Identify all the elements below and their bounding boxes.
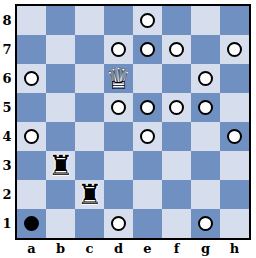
square-h8[interactable] <box>220 6 249 35</box>
square-h2[interactable] <box>220 180 249 209</box>
file-label-a: a <box>17 240 46 257</box>
square-b8[interactable] <box>46 6 75 35</box>
square-a8[interactable] <box>17 6 46 35</box>
rank-label-4: 4 <box>0 122 14 151</box>
black-rook-glyph: ♜ <box>75 180 104 209</box>
square-a6[interactable] <box>17 64 46 93</box>
square-e2[interactable] <box>133 180 162 209</box>
square-c1[interactable] <box>75 209 104 238</box>
black-rook-glyph: ♜ <box>46 151 75 180</box>
file-label-e: e <box>133 240 162 257</box>
square-a7[interactable] <box>17 35 46 64</box>
square-b4[interactable] <box>46 122 75 151</box>
rank-label-3: 3 <box>0 151 14 180</box>
square-f3[interactable] <box>162 151 191 180</box>
file-label-b: b <box>46 240 75 257</box>
square-f8[interactable] <box>162 6 191 35</box>
square-e5[interactable] <box>133 93 162 122</box>
square-a2[interactable] <box>17 180 46 209</box>
square-g4[interactable] <box>191 122 220 151</box>
file-label-c: c <box>75 240 104 257</box>
square-d5[interactable] <box>104 93 133 122</box>
white-dot-marker-f7[interactable] <box>169 42 184 57</box>
square-c3[interactable] <box>75 151 104 180</box>
square-h4[interactable] <box>220 122 249 151</box>
chess-diagram: 87654321 ♛♕♜♜ abcdefgh <box>0 0 256 258</box>
square-h1[interactable] <box>220 209 249 238</box>
square-a1[interactable] <box>17 209 46 238</box>
square-c8[interactable] <box>75 6 104 35</box>
white-dot-marker-h7[interactable] <box>227 42 242 57</box>
square-c7[interactable] <box>75 35 104 64</box>
square-d4[interactable] <box>104 122 133 151</box>
square-d8[interactable] <box>104 6 133 35</box>
square-d1[interactable] <box>104 209 133 238</box>
square-h3[interactable] <box>220 151 249 180</box>
white-dot-marker-g6[interactable] <box>198 71 213 86</box>
rank-label-5: 5 <box>0 93 14 122</box>
rank-label-8: 8 <box>0 6 14 35</box>
square-c5[interactable] <box>75 93 104 122</box>
white-queen[interactable]: ♛♕ <box>104 64 133 93</box>
square-g7[interactable] <box>191 35 220 64</box>
square-b5[interactable] <box>46 93 75 122</box>
square-a4[interactable] <box>17 122 46 151</box>
black-rook[interactable]: ♜ <box>46 151 75 180</box>
square-f4[interactable] <box>162 122 191 151</box>
square-b3[interactable]: ♜ <box>46 151 75 180</box>
black-dot-marker-a1[interactable] <box>24 216 39 231</box>
square-f2[interactable] <box>162 180 191 209</box>
square-d7[interactable] <box>104 35 133 64</box>
square-e6[interactable] <box>133 64 162 93</box>
square-g6[interactable] <box>191 64 220 93</box>
square-e1[interactable] <box>133 209 162 238</box>
square-c4[interactable] <box>75 122 104 151</box>
square-e4[interactable] <box>133 122 162 151</box>
square-g5[interactable] <box>191 93 220 122</box>
file-label-d: d <box>104 240 133 257</box>
square-b6[interactable] <box>46 64 75 93</box>
white-dot-marker-f5[interactable] <box>169 100 184 115</box>
square-c6[interactable] <box>75 64 104 93</box>
white-queen-outline-glyph: ♕ <box>104 64 133 93</box>
square-e7[interactable] <box>133 35 162 64</box>
file-labels: abcdefgh <box>17 240 249 257</box>
square-h6[interactable] <box>220 64 249 93</box>
square-b2[interactable] <box>46 180 75 209</box>
rank-label-1: 1 <box>0 209 14 238</box>
square-f1[interactable] <box>162 209 191 238</box>
white-dot-marker-d5[interactable] <box>111 100 126 115</box>
square-f7[interactable] <box>162 35 191 64</box>
white-dot-marker-e4[interactable] <box>140 129 155 144</box>
square-h5[interactable] <box>220 93 249 122</box>
white-dot-marker-a4[interactable] <box>24 129 39 144</box>
white-dot-marker-d1[interactable] <box>111 216 126 231</box>
square-c2[interactable]: ♜ <box>75 180 104 209</box>
white-dot-marker-e8[interactable] <box>140 13 155 28</box>
square-f5[interactable] <box>162 93 191 122</box>
rank-label-7: 7 <box>0 35 14 64</box>
file-label-h: h <box>220 240 249 257</box>
file-label-f: f <box>162 240 191 257</box>
square-e3[interactable] <box>133 151 162 180</box>
rank-labels: 87654321 <box>0 6 15 238</box>
white-dot-marker-g1[interactable] <box>198 216 213 231</box>
square-b1[interactable] <box>46 209 75 238</box>
rank-label-6: 6 <box>0 64 14 93</box>
square-d2[interactable] <box>104 180 133 209</box>
square-f6[interactable] <box>162 64 191 93</box>
square-g3[interactable] <box>191 151 220 180</box>
white-dot-marker-d7[interactable] <box>111 42 126 57</box>
white-dot-marker-g5[interactable] <box>198 100 213 115</box>
rank-label-2: 2 <box>0 180 14 209</box>
square-e8[interactable] <box>133 6 162 35</box>
square-a3[interactable] <box>17 151 46 180</box>
square-h7[interactable] <box>220 35 249 64</box>
white-dot-marker-a6[interactable] <box>24 71 39 86</box>
file-label-g: g <box>191 240 220 257</box>
white-dot-marker-e5[interactable] <box>140 100 155 115</box>
square-g8[interactable] <box>191 6 220 35</box>
white-dot-marker-e7[interactable] <box>140 42 155 57</box>
black-rook[interactable]: ♜ <box>75 180 104 209</box>
square-b7[interactable] <box>46 35 75 64</box>
white-dot-marker-h4[interactable] <box>227 129 242 144</box>
square-a5[interactable] <box>17 93 46 122</box>
board: ♛♕♜♜ <box>15 4 251 240</box>
square-g2[interactable] <box>191 180 220 209</box>
square-d3[interactable] <box>104 151 133 180</box>
square-g1[interactable] <box>191 209 220 238</box>
square-d6[interactable]: ♛♕ <box>104 64 133 93</box>
